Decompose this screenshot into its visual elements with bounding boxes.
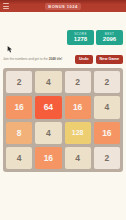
score-value: 1278 xyxy=(74,36,87,43)
tile-16: 16 xyxy=(6,96,32,118)
undo-button[interactable]: Undo xyxy=(75,55,93,64)
tile-2: 2 xyxy=(94,147,120,169)
score-row: SCORE 1278 BEST 2096 xyxy=(67,30,123,45)
tile-16: 16 xyxy=(35,147,61,169)
mouse-cursor-icon xyxy=(7,46,13,53)
tile-128: 128 xyxy=(65,122,91,144)
tile-4: 4 xyxy=(35,71,61,93)
tile-2: 2 xyxy=(94,71,120,93)
hamburger-menu-icon[interactable] xyxy=(3,3,9,9)
app-bar: BONUS 1024 xyxy=(0,0,126,12)
tile-64: 64 xyxy=(35,96,61,118)
board-grid[interactable]: 24221664164841281641642 xyxy=(3,68,123,172)
best-score-box: BEST 2096 xyxy=(96,30,123,45)
tile-2: 2 xyxy=(65,71,91,93)
control-row: Join the numbers and get to the 2048 til… xyxy=(3,54,123,64)
tile-16: 16 xyxy=(94,122,120,144)
intro-text: Join the numbers and get to the 2048 til… xyxy=(3,57,72,61)
tile-4: 4 xyxy=(35,122,61,144)
tile-2: 2 xyxy=(6,71,32,93)
tile-8: 8 xyxy=(6,122,32,144)
score-box: SCORE 1278 xyxy=(67,30,94,45)
best-value: 2096 xyxy=(103,36,116,43)
app-title: BONUS 1024 xyxy=(45,3,80,10)
new-game-button[interactable]: New Game xyxy=(96,55,123,64)
tile-4: 4 xyxy=(6,147,32,169)
tile-4: 4 xyxy=(65,147,91,169)
tile-4: 4 xyxy=(94,96,120,118)
intro-text-goal: 2048 tile! xyxy=(49,57,63,61)
tile-16: 16 xyxy=(65,96,91,118)
intro-text-prefix: Join the numbers and get to the xyxy=(3,57,49,61)
